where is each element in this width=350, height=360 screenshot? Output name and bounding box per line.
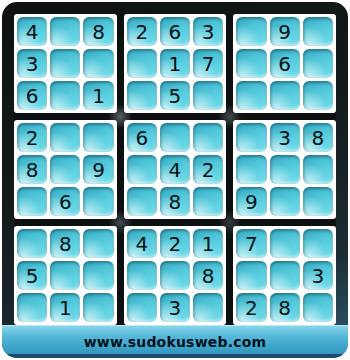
cell-r8c7[interactable]	[236, 261, 266, 290]
cell-r8c3[interactable]	[83, 261, 113, 290]
cell-r5c4[interactable]	[127, 155, 157, 184]
cell-r4c9[interactable]: 8	[303, 123, 333, 152]
cell-r9c3[interactable]	[83, 293, 113, 322]
cell-r7c1[interactable]	[17, 229, 47, 258]
box-3-1: 851	[14, 226, 117, 325]
cell-r2c2[interactable]	[50, 49, 80, 78]
cell-r4c1[interactable]: 2	[17, 123, 47, 152]
cell-r6c5[interactable]: 8	[160, 187, 190, 216]
cell-r3c9[interactable]	[303, 81, 333, 110]
page: 483612631759628966428389851421837328 www…	[0, 2, 350, 358]
cell-r6c8[interactable]	[270, 187, 300, 216]
cell-r1c9[interactable]	[303, 17, 333, 46]
cell-r7c5[interactable]: 2	[160, 229, 190, 258]
cell-r8c2[interactable]	[50, 261, 80, 290]
cell-r8c8[interactable]	[270, 261, 300, 290]
cell-r9c6[interactable]	[193, 293, 223, 322]
cell-r2c9[interactable]	[303, 49, 333, 78]
cell-r1c6[interactable]: 3	[193, 17, 223, 46]
cell-r5c3[interactable]: 9	[83, 155, 113, 184]
cell-r1c4[interactable]: 2	[127, 17, 157, 46]
cell-r3c6[interactable]	[193, 81, 223, 110]
cell-r3c5[interactable]: 5	[160, 81, 190, 110]
box-1-1: 48361	[14, 14, 117, 113]
cell-r1c3[interactable]: 8	[83, 17, 113, 46]
cell-r4c5[interactable]	[160, 123, 190, 152]
cell-r2c7[interactable]	[236, 49, 266, 78]
cell-r4c8[interactable]: 3	[270, 123, 300, 152]
cell-r4c4[interactable]: 6	[127, 123, 157, 152]
cell-r7c4[interactable]: 4	[127, 229, 157, 258]
cell-r2c1[interactable]: 3	[17, 49, 47, 78]
cell-r6c2[interactable]: 6	[50, 187, 80, 216]
cell-r9c5[interactable]: 3	[160, 293, 190, 322]
sudoku-grid: 483612631759628966428389851421837328	[14, 14, 336, 325]
cell-r5c5[interactable]: 4	[160, 155, 190, 184]
cell-r8c5[interactable]	[160, 261, 190, 290]
cell-r6c4[interactable]	[127, 187, 157, 216]
cell-r5c1[interactable]: 8	[17, 155, 47, 184]
cell-r2c8[interactable]: 6	[270, 49, 300, 78]
cell-r7c6[interactable]: 1	[193, 229, 223, 258]
cell-r2c3[interactable]	[83, 49, 113, 78]
box-2-2: 6428	[124, 120, 227, 219]
sudoku-board: 483612631759628966428389851421837328	[2, 2, 348, 325]
cell-r3c8[interactable]	[270, 81, 300, 110]
cell-r1c2[interactable]	[50, 17, 80, 46]
cell-r9c8[interactable]: 8	[270, 293, 300, 322]
cell-r3c7[interactable]	[236, 81, 266, 110]
cell-r4c3[interactable]	[83, 123, 113, 152]
cell-r5c7[interactable]	[236, 155, 266, 184]
cell-r7c9[interactable]	[303, 229, 333, 258]
cell-r6c6[interactable]	[193, 187, 223, 216]
cell-r1c5[interactable]: 6	[160, 17, 190, 46]
cell-r8c6[interactable]: 8	[193, 261, 223, 290]
box-3-3: 7328	[233, 226, 336, 325]
cell-r5c8[interactable]	[270, 155, 300, 184]
site-link[interactable]: www.sudokusweb.com	[84, 334, 267, 350]
cell-r3c2[interactable]	[50, 81, 80, 110]
cell-r6c3[interactable]	[83, 187, 113, 216]
cell-r5c2[interactable]	[50, 155, 80, 184]
cell-r6c1[interactable]	[17, 187, 47, 216]
cell-r8c9[interactable]: 3	[303, 261, 333, 290]
cell-r9c4[interactable]	[127, 293, 157, 322]
cell-r1c1[interactable]: 4	[17, 17, 47, 46]
box-2-1: 2896	[14, 120, 117, 219]
box-1-3: 96	[233, 14, 336, 113]
cell-r2c4[interactable]	[127, 49, 157, 78]
footer-bar: www.sudokusweb.com	[2, 325, 348, 358]
cell-r3c1[interactable]: 6	[17, 81, 47, 110]
cell-r9c9[interactable]	[303, 293, 333, 322]
cell-r7c7[interactable]: 7	[236, 229, 266, 258]
cell-r1c7[interactable]	[236, 17, 266, 46]
cell-r9c7[interactable]: 2	[236, 293, 266, 322]
cell-r5c6[interactable]: 2	[193, 155, 223, 184]
box-2-3: 389	[233, 120, 336, 219]
cell-r7c3[interactable]	[83, 229, 113, 258]
cell-r9c1[interactable]	[17, 293, 47, 322]
cell-r6c7[interactable]: 9	[236, 187, 266, 216]
sudoku-board-panel: 483612631759628966428389851421837328 www…	[2, 2, 348, 358]
cell-r8c4[interactable]	[127, 261, 157, 290]
cell-r4c2[interactable]	[50, 123, 80, 152]
cell-r2c6[interactable]: 7	[193, 49, 223, 78]
cell-r3c4[interactable]	[127, 81, 157, 110]
cell-r3c3[interactable]: 1	[83, 81, 113, 110]
box-3-2: 42183	[124, 226, 227, 325]
cell-r7c2[interactable]: 8	[50, 229, 80, 258]
box-1-2: 263175	[124, 14, 227, 113]
cell-r9c2[interactable]: 1	[50, 293, 80, 322]
cell-r1c8[interactable]: 9	[270, 17, 300, 46]
cell-r2c5[interactable]: 1	[160, 49, 190, 78]
cell-r8c1[interactable]: 5	[17, 261, 47, 290]
cell-r5c9[interactable]	[303, 155, 333, 184]
cell-r4c7[interactable]	[236, 123, 266, 152]
cell-r6c9[interactable]	[303, 187, 333, 216]
cell-r7c8[interactable]	[270, 229, 300, 258]
cell-r4c6[interactable]	[193, 123, 223, 152]
